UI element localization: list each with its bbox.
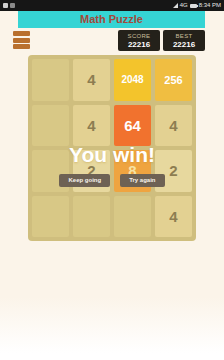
empty-cell (32, 105, 69, 147)
empty-cell (32, 59, 69, 101)
tile-4: 4 (155, 105, 192, 147)
hamburger-icon (13, 31, 30, 36)
phone-screen: 4G 8:34 PM Math Puzzle SCORE 22216 BEST … (0, 0, 224, 360)
empty-cell (32, 196, 69, 238)
score-value: 22216 (128, 40, 150, 49)
keep-going-button[interactable]: Keep going (59, 174, 110, 187)
notification-icon (10, 3, 15, 8)
score-label: SCORE (128, 33, 151, 40)
best-label: BEST (176, 33, 193, 40)
tile-2048: 2048 (114, 59, 151, 101)
board-wrap: 4204825646442824 You win! Keep going Try… (28, 55, 196, 241)
page-title: Math Puzzle (18, 11, 205, 28)
empty-cell (73, 196, 110, 238)
battery-icon (190, 4, 197, 8)
notification-icon (3, 3, 8, 8)
empty-cell (114, 196, 151, 238)
hamburger-icon (13, 38, 30, 43)
score-box: SCORE 22216 (118, 30, 160, 51)
status-bar: 4G 8:34 PM (0, 0, 224, 11)
score-group: SCORE 22216 BEST 22216 (118, 30, 205, 51)
network-label: 4G (180, 0, 188, 11)
best-value: 22216 (173, 40, 195, 49)
hamburger-icon (13, 44, 30, 49)
try-again-button[interactable]: Try again (120, 174, 164, 187)
tile-64: 64 (114, 105, 151, 147)
tile-4: 4 (155, 196, 192, 238)
tile-4: 4 (73, 105, 110, 147)
toolbar: SCORE 22216 BEST 22216 (13, 30, 205, 51)
best-box: BEST 22216 (163, 30, 205, 51)
signal-icon (173, 3, 178, 8)
status-bar-left (3, 3, 15, 8)
menu-button[interactable] (13, 31, 30, 49)
status-bar-right: 4G 8:34 PM (173, 0, 221, 11)
board[interactable]: 4204825646442824 (28, 55, 196, 241)
tile-256: 256 (155, 59, 192, 101)
clock-label: 8:34 PM (199, 0, 221, 11)
overlay-buttons: Keep going Try again (28, 174, 196, 187)
app-background: Math Puzzle SCORE 22216 BEST 22216 42048… (0, 11, 224, 360)
tile-4: 4 (73, 59, 110, 101)
